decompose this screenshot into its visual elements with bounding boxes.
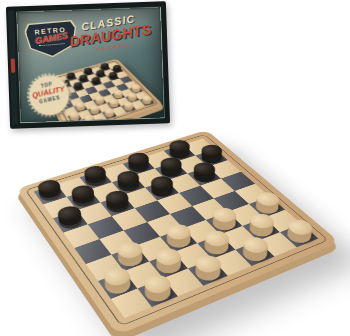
box-spine-logo-mark	[11, 58, 15, 72]
board-surface	[16, 130, 339, 335]
draughts-board-area	[52, 96, 288, 332]
product-photo: RETRO GAMES CLASSIC DRAUGHTS - FUN FOR A…	[0, 0, 350, 336]
black-piece	[70, 191, 98, 208]
playing-field	[34, 139, 319, 319]
draughts-board	[16, 130, 339, 335]
